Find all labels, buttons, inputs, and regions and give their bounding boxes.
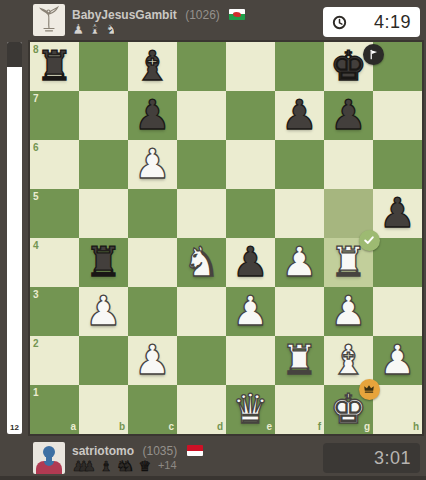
square-b6[interactable] (79, 140, 128, 189)
opponent-clock: 4:19 (323, 7, 420, 37)
opponent-rating: (1026) (185, 8, 220, 22)
flag-icon (367, 48, 380, 61)
black-pawn[interactable]: ♟ (275, 91, 324, 140)
captured-piece-icon: ♝ (100, 459, 113, 474)
square-g3[interactable]: ♟ (324, 287, 373, 336)
square-d6[interactable] (177, 140, 226, 189)
captured-piece-icon: ♟ (72, 22, 85, 37)
white-pawn[interactable]: ♟ (128, 140, 177, 189)
square-a2[interactable]: 2 (30, 336, 79, 385)
file-label-f: f (318, 422, 321, 432)
black-pawn[interactable]: ♟ (226, 238, 275, 287)
square-h6[interactable] (373, 140, 422, 189)
player-country-flag-icon (187, 445, 203, 456)
player-bar: satriotomo (1035) ♟♟♟♝♞♞♛+14 3:01 (0, 438, 426, 480)
square-b1[interactable]: b (79, 385, 128, 434)
white-pawn[interactable]: ♟ (275, 238, 324, 287)
clock-icon (332, 15, 347, 30)
white-pawn[interactable]: ♟ (128, 336, 177, 385)
rank-label-1: 1 (33, 388, 39, 398)
opponent-bar: BabyJesusGambit (1026) ♟♝♞ 4:19 (0, 0, 426, 42)
player-avatar[interactable] (33, 442, 65, 474)
captured-group: ♟ (72, 22, 85, 37)
opponent-time: 4:19 (347, 12, 420, 33)
white-queen[interactable]: ♛ (226, 385, 275, 434)
captured-group: ♞♞ (116, 459, 134, 474)
square-a6[interactable]: 6 (30, 140, 79, 189)
square-g7[interactable]: ♟ (324, 91, 373, 140)
white-knight[interactable]: ♞ (177, 238, 226, 287)
black-rook[interactable]: ♜ (79, 238, 128, 287)
rank-label-3: 3 (33, 290, 39, 300)
square-e4[interactable]: ♟ (226, 238, 275, 287)
square-a7[interactable]: 7 (30, 91, 79, 140)
file-label-h: h (413, 422, 419, 432)
square-a1[interactable]: 1a (30, 385, 79, 434)
square-f8[interactable] (275, 42, 324, 91)
captured-piece-icon: ♛ (138, 459, 151, 474)
captured-group: ♛ (138, 459, 151, 474)
square-e7[interactable] (226, 91, 275, 140)
captured-piece-icon: ♟ (83, 459, 96, 474)
opponent-avatar[interactable] (33, 4, 65, 36)
black-rook[interactable]: ♜ (30, 42, 79, 91)
black-pawn[interactable]: ♟ (373, 189, 422, 238)
white-bishop[interactable]: ♝ (324, 336, 373, 385)
square-c5[interactable] (128, 189, 177, 238)
square-b5[interactable] (79, 189, 128, 238)
square-e2[interactable] (226, 336, 275, 385)
square-e6[interactable] (226, 140, 275, 189)
square-f7[interactable]: ♟ (275, 91, 324, 140)
captured-piece-icon: ♞ (122, 459, 135, 474)
file-label-d: d (217, 422, 223, 432)
black-pawn[interactable]: ♟ (324, 91, 373, 140)
square-c1[interactable]: c (128, 385, 177, 434)
fairy-sketch-icon (33, 4, 65, 36)
square-b3[interactable]: ♟ (79, 287, 128, 336)
square-f5[interactable] (275, 189, 324, 238)
captured-group: ♟♟♟ (72, 459, 96, 474)
player-name-row: satriotomo (1035) (72, 443, 203, 458)
player-clock: 3:01 (323, 443, 420, 473)
opponent-country-flag-icon (229, 9, 245, 20)
square-f2[interactable]: ♜ (275, 336, 324, 385)
player-captured-pieces: ♟♟♟♝♞♞♛+14 (72, 458, 177, 474)
square-d1[interactable]: d (177, 385, 226, 434)
square-d7[interactable] (177, 91, 226, 140)
square-f6[interactable] (275, 140, 324, 189)
captured-group: ♞ (105, 22, 118, 37)
square-g6[interactable] (324, 140, 373, 189)
square-h5[interactable]: ♟ (373, 189, 422, 238)
captured-group: ♝ (100, 459, 113, 474)
square-e3[interactable]: ♟ (226, 287, 275, 336)
eval-black-portion (7, 42, 22, 67)
square-e1[interactable]: e♛ (226, 385, 275, 434)
black-pawn[interactable]: ♟ (128, 91, 177, 140)
opponent-captured-pieces: ♟♝♞ (72, 22, 122, 38)
crown-icon (362, 382, 376, 396)
player-rating: (1035) (142, 444, 177, 458)
evaluation-bar: 12 (7, 42, 22, 434)
black-bishop[interactable]: ♝ (128, 42, 177, 91)
rank-label-4: 4 (33, 241, 39, 251)
white-pawn[interactable]: ♟ (79, 287, 128, 336)
square-b4[interactable]: ♜ (79, 238, 128, 287)
file-label-a: a (70, 422, 76, 432)
material-advantage: +14 (158, 458, 177, 473)
check-badge (359, 230, 380, 251)
square-d5[interactable] (177, 189, 226, 238)
square-b8[interactable] (79, 42, 128, 91)
eval-score: 12 (7, 423, 22, 432)
square-a8[interactable]: 8♜ (30, 42, 79, 91)
player-time: 3:01 (323, 448, 420, 469)
white-pawn[interactable]: ♟ (226, 287, 275, 336)
chess-board: 8♜♝♚7♟♟♟6♟5♟4♜♞♟♟♜3♟♟♟2♟♜♝♟1abcde♛fg♚h (30, 42, 422, 434)
white-rook[interactable]: ♜ (275, 336, 324, 385)
file-label-b: b (119, 422, 125, 432)
opponent-name[interactable]: BabyJesusGambit (72, 8, 177, 22)
square-g2[interactable]: ♝ (324, 336, 373, 385)
rank-label-5: 5 (33, 192, 39, 202)
square-d2[interactable] (177, 336, 226, 385)
square-d8[interactable] (177, 42, 226, 91)
bottom-divider (0, 476, 426, 480)
chess-app: BabyJesusGambit (1026) ♟♝♞ 4:19 12 8♜♝♚7… (0, 0, 426, 480)
white-pawn[interactable]: ♟ (324, 287, 373, 336)
captured-piece-icon: ♝ (89, 22, 102, 37)
square-h4[interactable] (373, 238, 422, 287)
square-f1[interactable]: f (275, 385, 324, 434)
square-b2[interactable] (79, 336, 128, 385)
crown-badge (359, 379, 380, 400)
square-c4[interactable] (128, 238, 177, 287)
square-c6[interactable]: ♟ (128, 140, 177, 189)
square-h2[interactable]: ♟ (373, 336, 422, 385)
square-c8[interactable]: ♝ (128, 42, 177, 91)
square-f3[interactable] (275, 287, 324, 336)
square-e5[interactable] (226, 189, 275, 238)
rank-label-7: 7 (33, 94, 39, 104)
rank-label-6: 6 (33, 143, 39, 153)
square-a4[interactable]: 4 (30, 238, 79, 287)
square-f4[interactable]: ♟ (275, 238, 324, 287)
captured-piece-icon: ♞ (105, 22, 118, 37)
square-c3[interactable] (128, 287, 177, 336)
white-pawn[interactable]: ♟ (373, 336, 422, 385)
flag-badge (363, 44, 384, 65)
rank-label-2: 2 (33, 339, 39, 349)
opponent-name-row: BabyJesusGambit (1026) (72, 7, 245, 22)
check-icon (362, 233, 376, 247)
square-c2[interactable]: ♟ (128, 336, 177, 385)
captured-group: ♝ (89, 22, 102, 37)
square-a3[interactable]: 3 (30, 287, 79, 336)
square-d4[interactable]: ♞ (177, 238, 226, 287)
square-h1[interactable]: h (373, 385, 422, 434)
square-b7[interactable] (79, 91, 128, 140)
square-a5[interactable]: 5 (30, 189, 79, 238)
square-h7[interactable] (373, 91, 422, 140)
file-label-c: c (168, 422, 174, 432)
square-h3[interactable] (373, 287, 422, 336)
square-e8[interactable] (226, 42, 275, 91)
square-c7[interactable]: ♟ (128, 91, 177, 140)
player-name[interactable]: satriotomo (72, 444, 134, 458)
square-d3[interactable] (177, 287, 226, 336)
